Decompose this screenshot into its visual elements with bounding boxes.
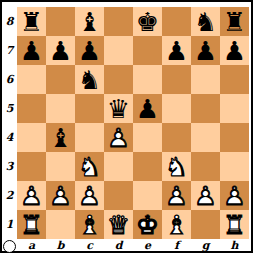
- square-b7[interactable]: ♟: [46, 36, 75, 65]
- white-bishop-f1[interactable]: ♝♗: [162, 210, 191, 239]
- square-b8[interactable]: [46, 7, 75, 36]
- square-d3[interactable]: [104, 152, 133, 181]
- square-e8[interactable]: ♚: [133, 7, 162, 36]
- square-c7[interactable]: ♟: [75, 36, 104, 65]
- square-f7[interactable]: ♟: [162, 36, 191, 65]
- black-pawn-b7[interactable]: ♟: [46, 36, 75, 65]
- square-d5[interactable]: ♛: [104, 94, 133, 123]
- square-a8[interactable]: ♜: [17, 7, 46, 36]
- square-e4[interactable]: [133, 123, 162, 152]
- white-rook-h1[interactable]: ♜♖: [220, 210, 249, 239]
- white-knight-f3[interactable]: ♞♘: [162, 152, 191, 181]
- square-d8[interactable]: [104, 7, 133, 36]
- white-pawn-b2[interactable]: ♟♙: [46, 181, 75, 210]
- square-g2[interactable]: ♟♙: [191, 181, 220, 210]
- file-label-f: f: [162, 239, 191, 252]
- square-c1[interactable]: ♝♗: [75, 210, 104, 239]
- white-to-move-indicator-icon: [3, 240, 16, 253]
- black-bishop-c8[interactable]: ♝: [75, 7, 104, 36]
- square-c6[interactable]: ♞: [75, 65, 104, 94]
- white-pawn-f2[interactable]: ♟♙: [162, 181, 191, 210]
- square-d7[interactable]: [104, 36, 133, 65]
- square-a1[interactable]: ♜♖: [17, 210, 46, 239]
- file-label-d: d: [104, 239, 133, 252]
- white-pawn-d4[interactable]: ♟♙: [104, 123, 133, 152]
- file-label-g: g: [191, 239, 220, 252]
- square-a6[interactable]: [17, 65, 46, 94]
- black-pawn-e5[interactable]: ♟: [133, 94, 162, 123]
- square-g1[interactable]: [191, 210, 220, 239]
- square-h6[interactable]: [220, 65, 249, 94]
- square-h1[interactable]: ♜♖: [220, 210, 249, 239]
- square-g7[interactable]: ♟: [191, 36, 220, 65]
- black-knight-g8[interactable]: ♞: [191, 7, 220, 36]
- rank-label-5: 5: [2, 94, 17, 123]
- square-h3[interactable]: [220, 152, 249, 181]
- square-d1[interactable]: ♛♕: [104, 210, 133, 239]
- square-a4[interactable]: [17, 123, 46, 152]
- square-b2[interactable]: ♟♙: [46, 181, 75, 210]
- square-b3[interactable]: [46, 152, 75, 181]
- square-f8[interactable]: [162, 7, 191, 36]
- square-f1[interactable]: ♝♗: [162, 210, 191, 239]
- white-bishop-c1[interactable]: ♝♗: [75, 210, 104, 239]
- square-h5[interactable]: [220, 94, 249, 123]
- square-f4[interactable]: [162, 123, 191, 152]
- square-e1[interactable]: ♚♔: [133, 210, 162, 239]
- square-d2[interactable]: [104, 181, 133, 210]
- square-g4[interactable]: [191, 123, 220, 152]
- square-h2[interactable]: ♟♙: [220, 181, 249, 210]
- rank-label-6: 6: [2, 65, 17, 94]
- white-pawn-g2[interactable]: ♟♙: [191, 181, 220, 210]
- square-h4[interactable]: [220, 123, 249, 152]
- rank-label-7: 7: [2, 36, 17, 65]
- black-king-e8[interactable]: ♚: [133, 7, 162, 36]
- square-b6[interactable]: [46, 65, 75, 94]
- black-queen-d5[interactable]: ♛: [104, 94, 133, 123]
- square-e7[interactable]: [133, 36, 162, 65]
- white-queen-d1[interactable]: ♛♕: [104, 210, 133, 239]
- file-label-b: b: [46, 239, 75, 252]
- chess-board: ♜♝♚♞♜♟♟♟♟♟♟♞♛♟♝♟♙♞♘♞♘♟♙♟♙♟♙♟♙♟♙♟♙♜♖♝♗♛♕♚…: [17, 7, 249, 239]
- rank-label-8: 8: [2, 7, 17, 36]
- white-pawn-c2[interactable]: ♟♙: [75, 181, 104, 210]
- square-a7[interactable]: ♟: [17, 36, 46, 65]
- black-pawn-h7[interactable]: ♟: [220, 36, 249, 65]
- rank-label-4: 4: [2, 123, 17, 152]
- square-d6[interactable]: [104, 65, 133, 94]
- square-a2[interactable]: ♟♙: [17, 181, 46, 210]
- square-e2[interactable]: [133, 181, 162, 210]
- square-h8[interactable]: ♜: [220, 7, 249, 36]
- square-c2[interactable]: ♟♙: [75, 181, 104, 210]
- white-king-e1[interactable]: ♚♔: [133, 210, 162, 239]
- black-pawn-c7[interactable]: ♟: [75, 36, 104, 65]
- white-rook-a1[interactable]: ♜♖: [17, 210, 46, 239]
- square-f5[interactable]: [162, 94, 191, 123]
- file-labels: abcdefgh: [17, 239, 249, 252]
- chess-diagram: 87654321 ♜♝♚♞♜♟♟♟♟♟♟♞♛♟♝♟♙♞♘♞♘♟♙♟♙♟♙♟♙♟♙…: [0, 0, 257, 257]
- rank-labels: 87654321: [2, 7, 17, 239]
- square-c5[interactable]: [75, 94, 104, 123]
- square-a3[interactable]: [17, 152, 46, 181]
- square-g8[interactable]: ♞: [191, 7, 220, 36]
- square-e6[interactable]: [133, 65, 162, 94]
- square-b1[interactable]: [46, 210, 75, 239]
- square-b4[interactable]: ♝: [46, 123, 75, 152]
- square-c4[interactable]: [75, 123, 104, 152]
- black-pawn-a7[interactable]: ♟: [17, 36, 46, 65]
- file-label-c: c: [75, 239, 104, 252]
- file-label-h: h: [220, 239, 249, 252]
- square-h7[interactable]: ♟: [220, 36, 249, 65]
- file-label-e: e: [133, 239, 162, 252]
- square-d4[interactable]: ♟♙: [104, 123, 133, 152]
- file-label-a: a: [17, 239, 46, 252]
- black-bishop-b4[interactable]: ♝: [46, 123, 75, 152]
- square-e5[interactable]: ♟: [133, 94, 162, 123]
- white-pawn-h2[interactable]: ♟♙: [220, 181, 249, 210]
- white-knight-c3[interactable]: ♞♘: [75, 152, 104, 181]
- square-e3[interactable]: [133, 152, 162, 181]
- square-g5[interactable]: [191, 94, 220, 123]
- white-pawn-a2[interactable]: ♟♙: [17, 181, 46, 210]
- square-c8[interactable]: ♝: [75, 7, 104, 36]
- black-rook-a8[interactable]: ♜: [17, 7, 46, 36]
- black-pawn-f7[interactable]: ♟: [162, 36, 191, 65]
- square-a5[interactable]: [17, 94, 46, 123]
- square-c3[interactable]: ♞♘: [75, 152, 104, 181]
- black-pawn-g7[interactable]: ♟: [191, 36, 220, 65]
- square-g3[interactable]: [191, 152, 220, 181]
- rank-label-3: 3: [2, 152, 17, 181]
- square-f3[interactable]: ♞♘: [162, 152, 191, 181]
- square-b5[interactable]: [46, 94, 75, 123]
- square-f2[interactable]: ♟♙: [162, 181, 191, 210]
- rank-label-1: 1: [2, 210, 17, 239]
- rank-label-2: 2: [2, 181, 17, 210]
- square-f6[interactable]: [162, 65, 191, 94]
- black-knight-c6[interactable]: ♞: [75, 65, 104, 94]
- square-g6[interactable]: [191, 65, 220, 94]
- black-rook-h8[interactable]: ♜: [220, 7, 249, 36]
